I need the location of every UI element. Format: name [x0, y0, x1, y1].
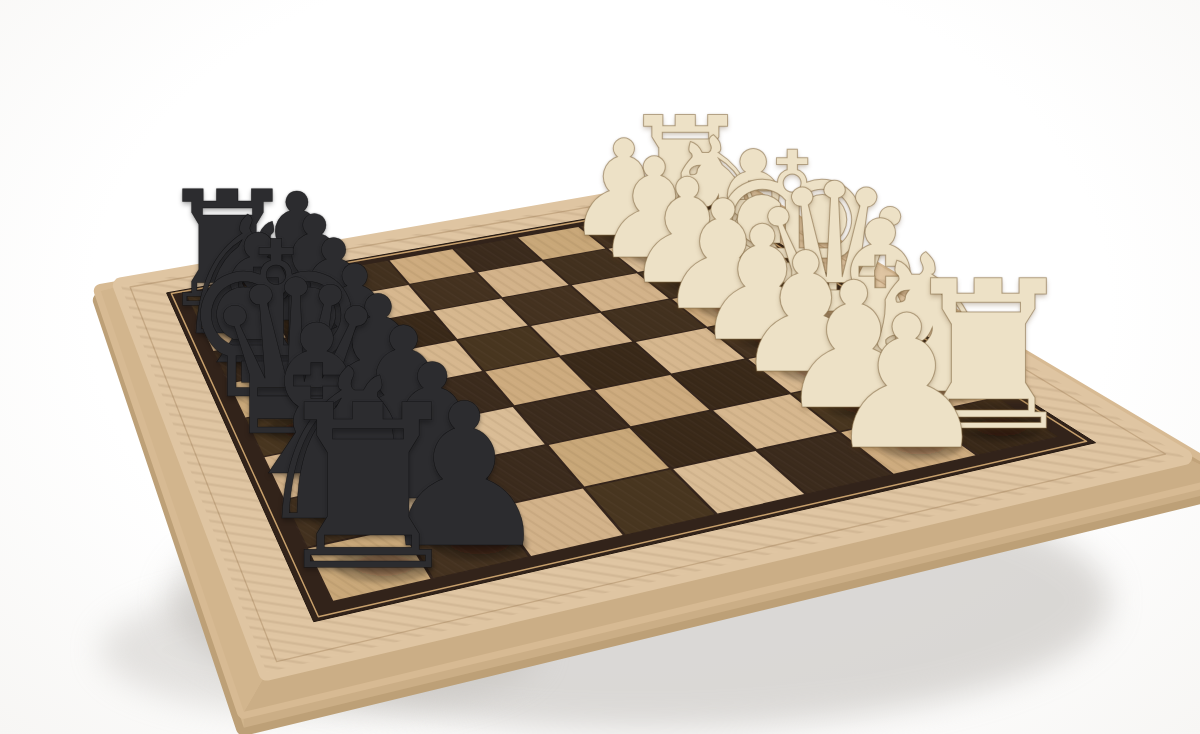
piece-white-pawn-a2[interactable]: ♟: [815, 291, 1000, 476]
piece-black-rook-a8[interactable]: ♜: [255, 376, 482, 603]
chess-scene: ♜♟♞♟♝♟♟♚♜♟♟♛♞♟♟♝♝♟♟♞♚♟♟♜♛♟♟♝♟♞♟♜: [0, 0, 1200, 734]
